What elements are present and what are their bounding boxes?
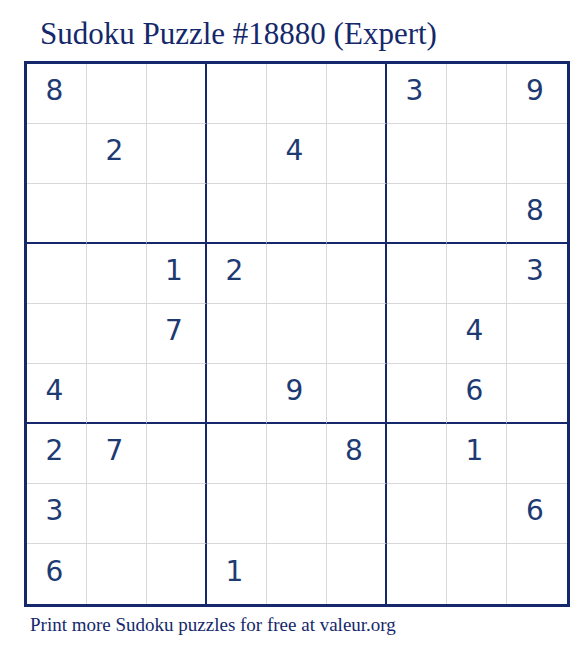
sudoku-cell: 2 [207, 244, 267, 304]
sudoku-cell [387, 304, 447, 364]
sudoku-cell [327, 244, 387, 304]
page-title: Sudoku Puzzle #18880 (Expert) [40, 16, 437, 52]
sudoku-cell [507, 424, 567, 484]
sudoku-cell [147, 64, 207, 124]
sudoku-cell [387, 364, 447, 424]
sudoku-cell: 1 [147, 244, 207, 304]
sudoku-cell: 2 [87, 124, 147, 184]
sudoku-cell: 1 [207, 544, 267, 604]
sudoku-cell [87, 64, 147, 124]
sudoku-cell [207, 484, 267, 544]
sudoku-cell [327, 64, 387, 124]
sudoku-cell [447, 124, 507, 184]
sudoku-cell [207, 424, 267, 484]
sudoku-cell [207, 64, 267, 124]
sudoku-cell [147, 484, 207, 544]
sudoku-cell [387, 544, 447, 604]
sudoku-cell [87, 544, 147, 604]
sudoku-cell [447, 484, 507, 544]
sudoku-cell [387, 484, 447, 544]
sudoku-cell [507, 304, 567, 364]
sudoku-cell: 4 [447, 304, 507, 364]
sudoku-cell [27, 124, 87, 184]
sudoku-cell [147, 544, 207, 604]
sudoku-cell [507, 124, 567, 184]
sudoku-cell [267, 544, 327, 604]
sudoku-cell [267, 64, 327, 124]
footer-note: Print more Sudoku puzzles for free at va… [30, 614, 396, 636]
sudoku-cell [147, 424, 207, 484]
sudoku-cell [327, 484, 387, 544]
sudoku-cell: 7 [147, 304, 207, 364]
sudoku-cell [387, 244, 447, 304]
sudoku-cell [447, 544, 507, 604]
sudoku-cell [87, 304, 147, 364]
sudoku-cell [387, 424, 447, 484]
sudoku-cell [267, 424, 327, 484]
sudoku-cell [87, 484, 147, 544]
sudoku-cell: 3 [27, 484, 87, 544]
sudoku-cell [207, 364, 267, 424]
sudoku-cell: 1 [447, 424, 507, 484]
sudoku-cell [267, 244, 327, 304]
sudoku-cell [147, 184, 207, 244]
sudoku-cell [327, 304, 387, 364]
sudoku-cell: 9 [507, 64, 567, 124]
sudoku-cell [327, 184, 387, 244]
sudoku-board: 8392481237449627813661 [24, 61, 570, 607]
sudoku-cell [27, 304, 87, 364]
sudoku-cell [87, 244, 147, 304]
sudoku-cell [327, 124, 387, 184]
sudoku-cell [507, 544, 567, 604]
sudoku-cell [447, 64, 507, 124]
sudoku-cell: 3 [387, 64, 447, 124]
sudoku-cell [507, 364, 567, 424]
sudoku-cell: 3 [507, 244, 567, 304]
sudoku-cell [87, 184, 147, 244]
sudoku-cell: 4 [267, 124, 327, 184]
sudoku-cell [267, 484, 327, 544]
sudoku-cell [387, 124, 447, 184]
sudoku-cell [267, 184, 327, 244]
sudoku-cell [447, 184, 507, 244]
sudoku-cell: 6 [27, 544, 87, 604]
sudoku-cell: 8 [507, 184, 567, 244]
sudoku-cell [207, 124, 267, 184]
sudoku-cell [147, 124, 207, 184]
sudoku-cell [147, 364, 207, 424]
sudoku-cell [327, 544, 387, 604]
sudoku-cell [327, 364, 387, 424]
sudoku-cell: 4 [27, 364, 87, 424]
sudoku-cell: 7 [87, 424, 147, 484]
sudoku-cell [207, 304, 267, 364]
sudoku-cell: 6 [447, 364, 507, 424]
sudoku-cell [27, 244, 87, 304]
sudoku-cell [27, 184, 87, 244]
sudoku-cell [267, 304, 327, 364]
sudoku-cell: 9 [267, 364, 327, 424]
sudoku-cell: 8 [327, 424, 387, 484]
sudoku-cell [387, 184, 447, 244]
sudoku-cell [207, 184, 267, 244]
sudoku-cell: 6 [507, 484, 567, 544]
sudoku-cell [87, 364, 147, 424]
sudoku-cell: 2 [27, 424, 87, 484]
sudoku-cell: 8 [27, 64, 87, 124]
sudoku-cell [447, 244, 507, 304]
